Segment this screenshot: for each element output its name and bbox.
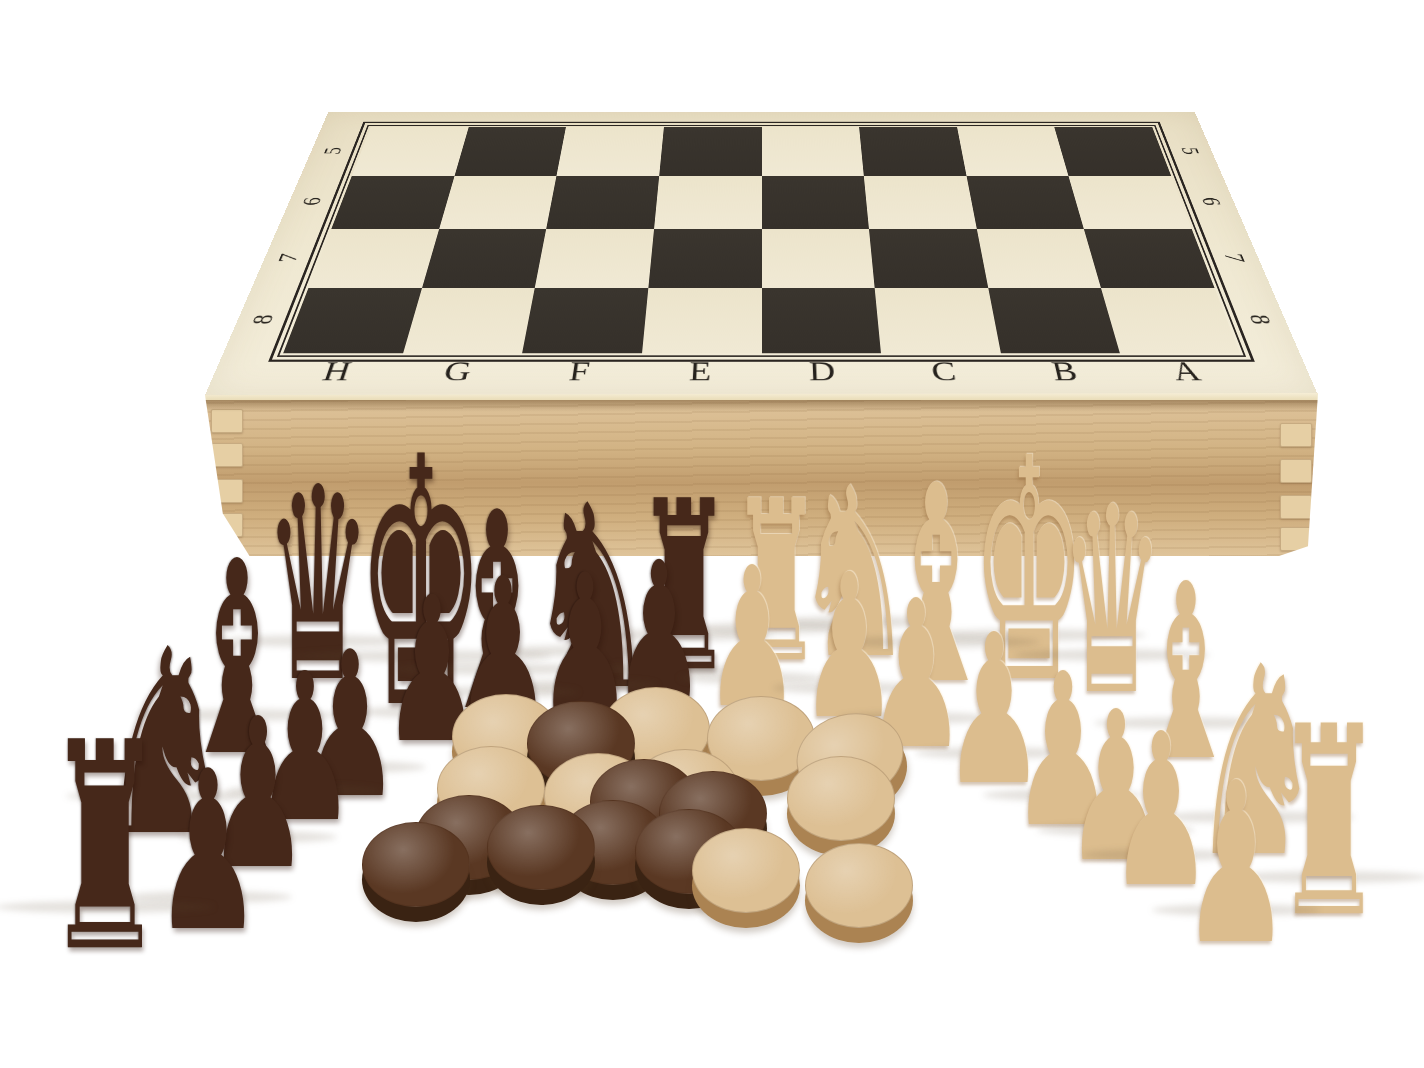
file-label-b: B <box>1032 357 1098 386</box>
file-label-c: C <box>912 357 975 386</box>
file-label-d: D <box>792 357 852 386</box>
square-b5[interactable] <box>957 127 1069 175</box>
draughts-disc-light[interactable] <box>805 843 913 928</box>
rank-label-right-8: 8 <box>1240 305 1282 334</box>
board-squares-grid <box>283 127 1240 353</box>
rank-label-right-7: 7 <box>1216 245 1255 271</box>
board-wood-margin: 5678 5678 HGFEDCBA <box>205 112 1318 395</box>
file-label-f: F <box>547 357 610 386</box>
file-label-e: E <box>670 357 730 386</box>
draughts-disc-dark[interactable] <box>487 805 595 890</box>
square-d7[interactable] <box>762 229 875 288</box>
square-a7[interactable] <box>1084 229 1214 288</box>
finger-joint <box>1280 495 1312 519</box>
square-g8[interactable] <box>403 288 535 354</box>
draughts-disc-light[interactable] <box>692 828 800 913</box>
file-label-h: H <box>302 357 371 386</box>
square-c8[interactable] <box>875 288 1001 354</box>
file-label-a: A <box>1152 357 1221 386</box>
rank-label-left-5: 5 <box>315 140 350 161</box>
square-g6[interactable] <box>439 176 557 229</box>
square-b6[interactable] <box>966 176 1084 229</box>
square-e8[interactable] <box>642 288 762 354</box>
square-d5[interactable] <box>762 127 864 175</box>
square-d8[interactable] <box>762 288 882 354</box>
square-g7[interactable] <box>422 229 547 288</box>
rank-label-right-6: 6 <box>1193 190 1230 214</box>
draughts-disc-dark[interactable] <box>362 822 470 907</box>
square-c7[interactable] <box>869 229 988 288</box>
square-f8[interactable] <box>522 288 648 354</box>
square-e5[interactable] <box>659 127 761 175</box>
light-pawn-glyph: ♟ <box>1181 753 1290 975</box>
square-a5[interactable] <box>1055 127 1171 175</box>
light-pawn[interactable]: ♟ <box>1125 748 1347 911</box>
square-h5[interactable] <box>352 127 468 175</box>
square-b7[interactable] <box>977 229 1102 288</box>
dark-rook-glyph: ♜ <box>46 705 164 991</box>
rank-label-right-5: 5 <box>1173 140 1208 161</box>
square-g5[interactable] <box>454 127 566 175</box>
square-a6[interactable] <box>1069 176 1192 229</box>
rank-label-left-6: 6 <box>293 190 330 214</box>
rank-label-left-8: 8 <box>241 305 283 334</box>
chess-board-lid: 5678 5678 HGFEDCBA <box>205 112 1318 395</box>
dark-rook[interactable]: ♜ <box>0 698 248 908</box>
square-c5[interactable] <box>859 127 966 175</box>
product-photo-chess-set: 5678 5678 HGFEDCBA ♜♞♟♝♟♟♛♟♚♟♝♟♞♟♜♟♟♜♞♟♝… <box>0 0 1424 1068</box>
square-c6[interactable] <box>864 176 977 229</box>
rank-label-left-7: 7 <box>268 245 307 271</box>
square-d6[interactable] <box>762 176 870 229</box>
square-e6[interactable] <box>654 176 762 229</box>
square-f6[interactable] <box>546 176 659 229</box>
finger-joint <box>211 409 243 433</box>
square-b8[interactable] <box>988 288 1120 354</box>
file-label-g: G <box>424 357 490 386</box>
square-e7[interactable] <box>648 229 761 288</box>
draughts-disc-light[interactable] <box>787 756 895 841</box>
square-h6[interactable] <box>331 176 454 229</box>
finger-joint <box>1280 459 1312 483</box>
square-f7[interactable] <box>535 229 654 288</box>
square-h7[interactable] <box>309 229 439 288</box>
square-f5[interactable] <box>557 127 664 175</box>
square-h8[interactable] <box>283 288 422 354</box>
finger-joint <box>1280 423 1312 447</box>
